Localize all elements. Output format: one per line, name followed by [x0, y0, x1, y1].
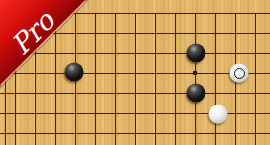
last-move-circle-marker — [234, 68, 245, 79]
black-stone[interactable]: ● — [187, 84, 206, 103]
white-stone[interactable]: ○ — [209, 105, 228, 124]
star-point — [193, 71, 197, 75]
black-stone-glyph: ● — [191, 47, 201, 59]
white-stone-glyph: ○ — [213, 108, 223, 120]
pro-ribbon-badge: Pro — [0, 0, 92, 92]
go-board-screen: ●●●○○ Pro — [0, 0, 270, 145]
black-stone-glyph: ● — [191, 87, 201, 99]
black-stone[interactable]: ● — [187, 44, 206, 63]
white-stone-last-move[interactable]: ○ — [230, 64, 249, 83]
